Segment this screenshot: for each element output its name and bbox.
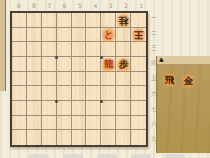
cropped-ui-artifact	[97, 154, 117, 158]
board-cell[interactable]	[131, 101, 146, 116]
board-cell[interactable]	[42, 13, 57, 28]
board-cell[interactable]	[57, 130, 72, 145]
cropped-ui-artifact	[29, 154, 49, 158]
board-cell[interactable]	[42, 42, 57, 57]
board-cell[interactable]	[57, 116, 72, 131]
board-cell[interactable]	[12, 130, 27, 145]
board-cell[interactable]	[131, 57, 146, 72]
board-cell[interactable]	[57, 101, 72, 116]
board-cell[interactable]	[57, 13, 72, 28]
board-cell[interactable]	[12, 101, 27, 116]
board-cell[interactable]	[116, 28, 131, 43]
board-grid	[12, 13, 146, 145]
board-cell[interactable]	[131, 13, 146, 28]
board-cell[interactable]	[42, 57, 57, 72]
rank-label-3: 三	[150, 41, 158, 56]
board-cell[interactable]	[27, 28, 42, 43]
file-label-2: 2	[118, 1, 133, 10]
board-cell[interactable]	[42, 86, 57, 101]
board-cell[interactable]	[131, 72, 146, 87]
board-cell[interactable]	[72, 101, 87, 116]
gote-komadai	[0, 0, 6, 91]
sente-marker-icon: ▲	[159, 55, 164, 63]
board-cell[interactable]	[57, 72, 72, 87]
board-cell[interactable]	[116, 42, 131, 57]
cropped-ui-artifact	[165, 154, 185, 158]
shogi-diagram: 987654321 桂王と龍歩 一二三四五六七八九 ▲ 飛 金	[0, 0, 210, 158]
file-label-8: 8	[26, 1, 41, 10]
board-cell[interactable]	[86, 42, 101, 57]
file-label-4: 4	[88, 1, 103, 10]
board-cell[interactable]	[101, 13, 116, 28]
file-label-5: 5	[72, 1, 87, 10]
board-cell[interactable]	[86, 28, 101, 43]
board-cell[interactable]	[42, 28, 57, 43]
board-cell[interactable]	[57, 28, 72, 43]
piece-3二[interactable]: と	[102, 28, 115, 42]
board-cell[interactable]	[27, 13, 42, 28]
board-cell[interactable]	[12, 13, 27, 28]
board-cell[interactable]	[27, 86, 42, 101]
board-cell[interactable]	[57, 57, 72, 72]
rank-label-1: 一	[150, 11, 158, 26]
board-cell[interactable]	[116, 72, 131, 87]
board-cell[interactable]	[86, 72, 101, 87]
file-label-7: 7	[42, 1, 57, 10]
board-cell[interactable]	[101, 101, 116, 116]
board-cell[interactable]	[86, 57, 101, 72]
board-cell[interactable]	[72, 72, 87, 87]
board-cell[interactable]	[86, 116, 101, 131]
board-cell[interactable]	[27, 101, 42, 116]
board-cell[interactable]	[101, 116, 116, 131]
piece-2四[interactable]: 歩	[117, 58, 130, 72]
board-cell[interactable]	[131, 130, 146, 145]
file-label-3: 3	[103, 1, 118, 10]
board-cell[interactable]	[12, 28, 27, 43]
board-cell[interactable]	[27, 130, 42, 145]
board-cell[interactable]	[101, 42, 116, 57]
file-label-1: 1	[134, 1, 149, 10]
board-cell[interactable]	[131, 42, 146, 57]
piece-3四[interactable]: 龍	[102, 58, 115, 72]
board-cell[interactable]	[72, 130, 87, 145]
piece-2一[interactable]: 桂	[117, 14, 130, 28]
star-point	[55, 100, 58, 103]
board-cell[interactable]	[101, 86, 116, 101]
hand-piece-rook[interactable]: 飛	[163, 73, 176, 87]
board-cell[interactable]	[116, 130, 131, 145]
shogi-board[interactable]: 桂王と龍歩	[10, 11, 148, 147]
board-cell[interactable]	[116, 101, 131, 116]
board-cell[interactable]	[27, 72, 42, 87]
cropped-ui-artifact	[63, 154, 83, 158]
board-cell[interactable]	[42, 116, 57, 131]
file-label-6: 6	[57, 1, 72, 10]
board-cell[interactable]	[12, 42, 27, 57]
board-cell[interactable]	[72, 13, 87, 28]
board-cell[interactable]	[101, 72, 116, 87]
board-cell[interactable]	[86, 130, 101, 145]
board-cell[interactable]	[101, 130, 116, 145]
board-cell[interactable]	[72, 57, 87, 72]
board-cell[interactable]	[42, 130, 57, 145]
board-cell[interactable]	[12, 57, 27, 72]
board-cell[interactable]	[86, 86, 101, 101]
board-cell[interactable]	[72, 116, 87, 131]
board-cell[interactable]	[27, 42, 42, 57]
cropped-ui-artifact	[131, 154, 151, 158]
board-cell[interactable]	[57, 42, 72, 57]
file-label-9: 9	[11, 1, 26, 10]
board-cell[interactable]	[12, 72, 27, 87]
hand-piece-gold[interactable]: 金	[182, 74, 195, 88]
board-cell[interactable]	[27, 116, 42, 131]
board-cell[interactable]	[86, 101, 101, 116]
board-cell[interactable]	[72, 86, 87, 101]
board-cell[interactable]	[86, 13, 101, 28]
board-cell[interactable]	[12, 86, 27, 101]
board-cell[interactable]	[42, 101, 57, 116]
board-cell[interactable]	[131, 116, 146, 131]
komadai-top-edge: ▲	[157, 56, 210, 65]
piece-1二[interactable]: 王	[132, 28, 145, 42]
board-cell[interactable]	[27, 57, 42, 72]
star-point	[55, 56, 58, 59]
file-labels: 987654321	[11, 1, 149, 10]
board-cell[interactable]	[42, 72, 57, 87]
star-point	[100, 100, 103, 103]
board-cell[interactable]	[116, 86, 131, 101]
sente-komadai: ▲ 飛 金	[156, 56, 210, 153]
board-cell[interactable]	[72, 42, 87, 57]
board-cell[interactable]	[12, 116, 27, 131]
board-cell[interactable]	[57, 86, 72, 101]
board-cell[interactable]	[116, 116, 131, 131]
rank-label-2: 二	[150, 26, 158, 41]
board-cell[interactable]	[131, 86, 146, 101]
board-cell[interactable]	[72, 28, 87, 43]
